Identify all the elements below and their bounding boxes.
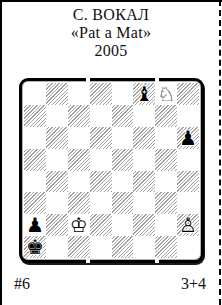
square-e5 [112, 149, 134, 171]
square-d8 [90, 83, 112, 105]
black-king-a1: ♚ [26, 237, 44, 257]
square-b4 [46, 171, 68, 193]
square-e4 [112, 171, 134, 193]
square-a7 [24, 105, 46, 127]
square-f8: ♝ [133, 83, 155, 105]
black-pawn-h6: ♟ [179, 128, 197, 148]
square-f7 [133, 105, 155, 127]
board-border-gap [86, 259, 90, 263]
board-border-gap [86, 78, 90, 82]
board-border-gap [155, 78, 159, 82]
source-name: «Pat a Mat» [0, 24, 222, 42]
square-h6: ♟ [177, 127, 199, 149]
diagram-header: С. ВОКАЛ «Pat a Mat» 2005 [0, 6, 222, 60]
square-h2: ♙ [177, 214, 199, 236]
square-e6 [112, 127, 134, 149]
square-c5 [68, 149, 90, 171]
square-a6 [24, 127, 46, 149]
square-a2: ♟ [24, 214, 46, 236]
white-king-c2: ♔ [70, 215, 88, 235]
composer-name: С. ВОКАЛ [0, 6, 222, 24]
square-h3 [177, 192, 199, 214]
square-g5 [155, 149, 177, 171]
square-c7 [68, 105, 90, 127]
square-e8 [112, 83, 134, 105]
square-a8 [24, 83, 46, 105]
chess-board: ♝♘♟♟♔♙♚ [19, 78, 204, 263]
diagram-page: С. ВОКАЛ «Pat a Mat» 2005 ♝♘♟♟♔♙♚ #6 3+4 [0, 0, 222, 305]
white-pawn-h2: ♙ [179, 215, 197, 235]
square-f5 [133, 149, 155, 171]
square-g3 [155, 192, 177, 214]
square-f4 [133, 171, 155, 193]
square-c4 [68, 171, 90, 193]
square-b6 [46, 127, 68, 149]
square-b8 [46, 83, 68, 105]
square-h1 [177, 236, 199, 258]
square-e2 [112, 214, 134, 236]
square-e1 [112, 236, 134, 258]
square-c2: ♔ [68, 214, 90, 236]
square-g1 [155, 236, 177, 258]
square-f2 [133, 214, 155, 236]
square-d1 [90, 236, 112, 258]
square-b1 [46, 236, 68, 258]
square-a5 [24, 149, 46, 171]
black-bishop-f8: ♝ [135, 84, 153, 104]
diagram-footer: #6 3+4 [14, 275, 206, 293]
square-d6 [90, 127, 112, 149]
square-a3 [24, 192, 46, 214]
square-a1: ♚ [24, 236, 46, 258]
board-border-gap [155, 259, 159, 263]
square-g7 [155, 105, 177, 127]
square-d2 [90, 214, 112, 236]
square-h4 [177, 171, 199, 193]
square-e3 [112, 192, 134, 214]
page-border-top [0, 0, 222, 2]
square-c3 [68, 192, 90, 214]
square-f6 [133, 127, 155, 149]
white-knight-g8: ♘ [157, 84, 175, 104]
square-b5 [46, 149, 68, 171]
square-h8 [177, 83, 199, 105]
square-d3 [90, 192, 112, 214]
square-d4 [90, 171, 112, 193]
square-g2 [155, 214, 177, 236]
stipulation: #6 [14, 275, 30, 293]
square-g4 [155, 171, 177, 193]
square-b3 [46, 192, 68, 214]
square-c6 [68, 127, 90, 149]
material-count: 3+4 [181, 275, 206, 293]
year: 2005 [0, 42, 222, 60]
square-d7 [90, 105, 112, 127]
square-f1 [133, 236, 155, 258]
square-a4 [24, 171, 46, 193]
square-e7 [112, 105, 134, 127]
square-h7 [177, 105, 199, 127]
square-f3 [133, 192, 155, 214]
square-c8 [68, 83, 90, 105]
square-g8: ♘ [155, 83, 177, 105]
square-g6 [155, 127, 177, 149]
square-c1 [68, 236, 90, 258]
square-d5 [90, 149, 112, 171]
square-h5 [177, 149, 199, 171]
square-b7 [46, 105, 68, 127]
black-pawn-a2: ♟ [26, 215, 44, 235]
square-b2 [46, 214, 68, 236]
chess-board-grid: ♝♘♟♟♔♙♚ [24, 83, 199, 258]
